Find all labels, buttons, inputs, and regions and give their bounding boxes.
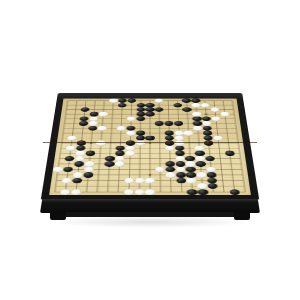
board-surface: [49, 99, 251, 195]
board-foot-right: [234, 212, 250, 220]
stone-black: [165, 161, 175, 166]
board-base: [62, 212, 238, 217]
stone-white: [186, 178, 196, 184]
go-board: [41, 93, 260, 200]
stone-black: [196, 161, 206, 166]
stone-black: [104, 161, 114, 166]
stone-white: [193, 126, 203, 131]
stone-white: [135, 178, 145, 184]
stone-white: [184, 131, 194, 136]
star-point: [205, 114, 208, 115]
stone-black: [187, 189, 198, 195]
stone-white: [115, 161, 125, 166]
board-shadow: [48, 216, 252, 228]
stone-white: [186, 161, 196, 166]
stone-white: [99, 112, 108, 117]
board-foot-left: [50, 212, 66, 220]
stone-black: [145, 112, 154, 117]
stone-black: [174, 121, 183, 126]
stone-black: [173, 103, 182, 107]
stone-black: [229, 189, 240, 195]
stone-black: [186, 172, 196, 178]
stone-white: [124, 178, 134, 184]
stone-black: [83, 172, 93, 178]
stone-white: [145, 178, 155, 184]
stone-black: [164, 121, 173, 126]
stone-white: [84, 161, 94, 166]
stone-white: [145, 189, 155, 195]
board-hinge-seam: [43, 142, 257, 143]
stone-white: [109, 99, 118, 103]
stone-black: [145, 136, 154, 141]
stone-black: [85, 151, 95, 156]
stone-white: [166, 172, 176, 178]
stone-white: [125, 151, 135, 156]
star-point: [149, 174, 152, 176]
stone-white: [73, 172, 83, 178]
stone-white: [126, 131, 135, 136]
stone-black: [176, 172, 186, 178]
stone-black: [176, 178, 186, 184]
stone-black: [183, 107, 192, 111]
stone-white: [134, 189, 144, 195]
stone-black: [198, 189, 209, 195]
stone-black: [182, 99, 191, 103]
board-front-edge: [40, 199, 260, 213]
stone-black: [175, 161, 185, 166]
stone-white: [197, 183, 208, 189]
stone-black: [74, 161, 84, 166]
stone-white: [196, 172, 206, 178]
product-photo: [0, 0, 300, 300]
stone-black: [207, 172, 217, 178]
stone-white: [124, 189, 134, 195]
stone-black: [225, 151, 235, 156]
stone-white: [53, 167, 64, 172]
stone-white: [191, 103, 200, 107]
stone-white: [220, 112, 230, 117]
